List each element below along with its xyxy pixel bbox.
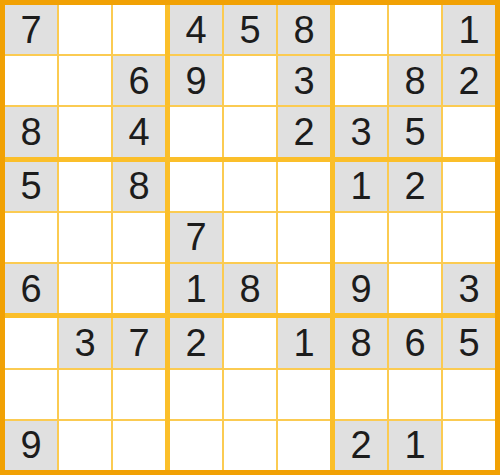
cell-r5c9[interactable]	[443, 213, 495, 262]
cell-r9c1[interactable]: 9	[5, 421, 57, 470]
cell-r3c8[interactable]: 5	[389, 107, 441, 156]
cell-r2c9[interactable]: 2	[443, 56, 495, 105]
cell-r7c3[interactable]: 7	[113, 318, 165, 367]
cell-r1c3[interactable]	[113, 5, 165, 54]
cell-r2c2[interactable]	[59, 56, 111, 105]
cell-r2c8[interactable]: 8	[389, 56, 441, 105]
cell-r6c9[interactable]: 3	[443, 264, 495, 313]
box-1-1: 7684	[5, 5, 165, 157]
cell-r4c3[interactable]: 8	[113, 162, 165, 211]
cell-r6c5[interactable]: 8	[224, 264, 276, 313]
cell-r2c4[interactable]: 9	[170, 56, 222, 105]
cell-r7c2[interactable]: 3	[59, 318, 111, 367]
cell-r4c9[interactable]	[443, 162, 495, 211]
cell-r5c7[interactable]	[335, 213, 387, 262]
cell-r3c6[interactable]: 2	[278, 107, 330, 156]
box-3-3: 86521	[335, 318, 495, 470]
cell-r9c3[interactable]	[113, 421, 165, 470]
cell-r6c1[interactable]: 6	[5, 264, 57, 313]
cell-r3c1[interactable]: 8	[5, 107, 57, 156]
cell-r4c4[interactable]	[170, 162, 222, 211]
cell-r7c4[interactable]: 2	[170, 318, 222, 367]
cell-r6c2[interactable]	[59, 264, 111, 313]
cell-r8c6[interactable]	[278, 370, 330, 419]
cell-r1c7[interactable]	[335, 5, 387, 54]
cell-r7c1[interactable]	[5, 318, 57, 367]
cell-r5c3[interactable]	[113, 213, 165, 262]
cell-r2c6[interactable]: 3	[278, 56, 330, 105]
cell-r7c8[interactable]: 6	[389, 318, 441, 367]
cell-r3c4[interactable]	[170, 107, 222, 156]
cell-r6c7[interactable]: 9	[335, 264, 387, 313]
cell-r6c3[interactable]	[113, 264, 165, 313]
cell-r8c8[interactable]	[389, 370, 441, 419]
cell-r6c4[interactable]: 1	[170, 264, 222, 313]
box-3-1: 379	[5, 318, 165, 470]
box-1-3: 18235	[335, 5, 495, 157]
box-2-3: 1293	[335, 162, 495, 314]
cell-r2c7[interactable]	[335, 56, 387, 105]
cell-r9c4[interactable]	[170, 421, 222, 470]
cell-r3c3[interactable]: 4	[113, 107, 165, 156]
cell-r8c5[interactable]	[224, 370, 276, 419]
cell-r3c9[interactable]	[443, 107, 495, 156]
cell-r1c9[interactable]: 1	[443, 5, 495, 54]
box-2-1: 586	[5, 162, 165, 314]
cell-r2c3[interactable]: 6	[113, 56, 165, 105]
cell-r3c7[interactable]: 3	[335, 107, 387, 156]
cell-r6c6[interactable]	[278, 264, 330, 313]
sudoku-board: 76844589321823558671812933792186521	[0, 0, 500, 475]
cell-r8c4[interactable]	[170, 370, 222, 419]
box-3-2: 21	[170, 318, 330, 470]
cell-r7c5[interactable]	[224, 318, 276, 367]
cell-r5c1[interactable]	[5, 213, 57, 262]
cell-r9c6[interactable]	[278, 421, 330, 470]
cell-r8c2[interactable]	[59, 370, 111, 419]
cell-r7c6[interactable]: 1	[278, 318, 330, 367]
cell-r4c1[interactable]: 5	[5, 162, 57, 211]
cell-r7c7[interactable]: 8	[335, 318, 387, 367]
cell-r8c3[interactable]	[113, 370, 165, 419]
box-2-2: 718	[170, 162, 330, 314]
cell-r3c2[interactable]	[59, 107, 111, 156]
cell-r8c9[interactable]	[443, 370, 495, 419]
cell-r9c5[interactable]	[224, 421, 276, 470]
cell-r9c8[interactable]: 1	[389, 421, 441, 470]
box-1-2: 458932	[170, 5, 330, 157]
cell-r3c5[interactable]	[224, 107, 276, 156]
cell-r5c5[interactable]	[224, 213, 276, 262]
cell-r2c5[interactable]	[224, 56, 276, 105]
cell-r4c2[interactable]	[59, 162, 111, 211]
cell-r1c2[interactable]	[59, 5, 111, 54]
cell-r5c2[interactable]	[59, 213, 111, 262]
cell-r6c8[interactable]	[389, 264, 441, 313]
cell-r1c1[interactable]: 7	[5, 5, 57, 54]
cell-r5c6[interactable]	[278, 213, 330, 262]
cell-r8c1[interactable]	[5, 370, 57, 419]
cell-r1c6[interactable]: 8	[278, 5, 330, 54]
cell-r4c8[interactable]: 2	[389, 162, 441, 211]
cell-r7c9[interactable]: 5	[443, 318, 495, 367]
cell-r9c9[interactable]	[443, 421, 495, 470]
cell-r1c5[interactable]: 5	[224, 5, 276, 54]
cell-r1c4[interactable]: 4	[170, 5, 222, 54]
cell-r5c8[interactable]	[389, 213, 441, 262]
cell-r9c7[interactable]: 2	[335, 421, 387, 470]
cell-r2c1[interactable]	[5, 56, 57, 105]
cell-r5c4[interactable]: 7	[170, 213, 222, 262]
cell-r9c2[interactable]	[59, 421, 111, 470]
cell-r1c8[interactable]	[389, 5, 441, 54]
cell-r4c6[interactable]	[278, 162, 330, 211]
cell-r4c7[interactable]: 1	[335, 162, 387, 211]
cell-r8c7[interactable]	[335, 370, 387, 419]
cell-r4c5[interactable]	[224, 162, 276, 211]
